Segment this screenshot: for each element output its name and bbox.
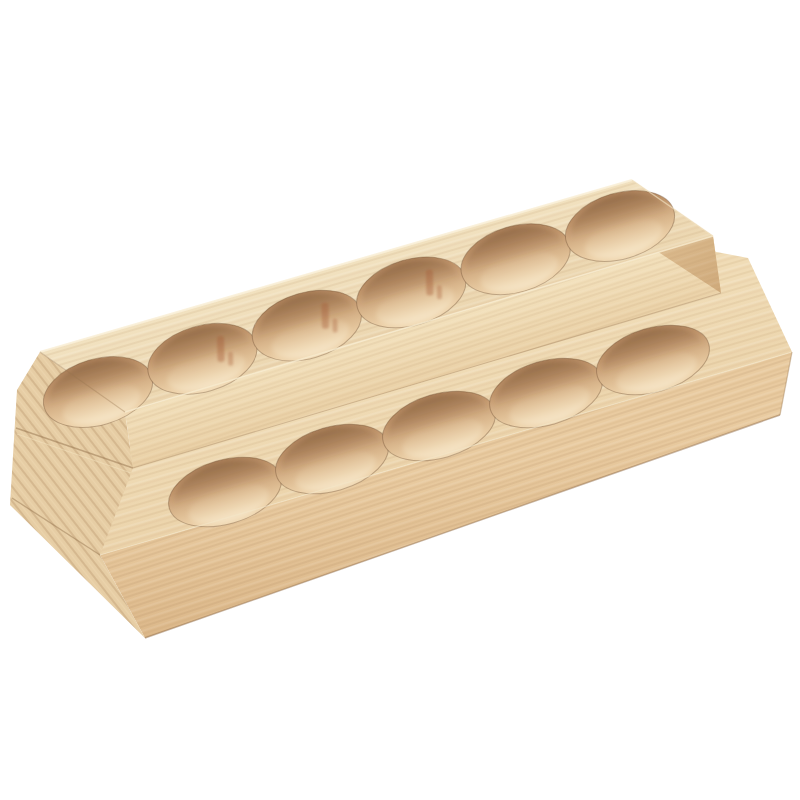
product-photo [0, 0, 800, 800]
knot-streak [217, 336, 225, 362]
knot-streak [321, 303, 329, 329]
knot-streak [426, 269, 434, 295]
knot-streak [437, 285, 442, 299]
wooden-pit-board [0, 0, 800, 800]
knot-streak [228, 352, 233, 366]
knot-streak [332, 318, 337, 332]
